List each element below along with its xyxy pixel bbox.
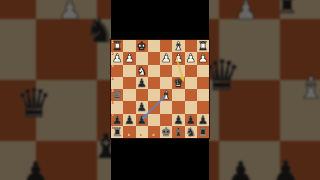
square-d1[interactable] [148, 40, 160, 52]
square-d7[interactable] [148, 114, 160, 126]
piece-white-knight-c3[interactable]: ♞ [136, 65, 148, 77]
file-label-b: b [128, 134, 130, 137]
piece-black-pawn-c6[interactable]: ♟ [136, 101, 148, 113]
piece-white-pawn-a2[interactable]: ♟ [111, 52, 123, 64]
file-label-c: c [140, 134, 142, 137]
square-e6[interactable] [160, 101, 172, 113]
background-black-pawn-icon: ♟ [23, 158, 50, 180]
file-label-d: d [152, 134, 154, 137]
piece-black-king-e8[interactable]: ♚ [160, 126, 172, 138]
square-b6[interactable] [123, 101, 135, 113]
piece-black-pawn-c4[interactable]: ♟ [136, 77, 148, 89]
piece-white-queen-f4[interactable]: ♛ [172, 77, 184, 89]
background-square [0, 0, 36, 19]
square-c2[interactable] [136, 52, 148, 64]
shorts-video-frame: ♟♞♟♜♛♛♝♟♟♟♝ 12345678abcdefgh♜♚♝♜♟♟♟♟♟♟♞♟… [0, 0, 320, 180]
square-h3[interactable] [197, 65, 209, 77]
square-g6[interactable] [185, 101, 197, 113]
square-h5[interactable] [197, 89, 209, 101]
square-f3[interactable] [172, 65, 184, 77]
piece-black-pawn-f7[interactable]: ♟ [172, 114, 184, 126]
square-e3[interactable] [160, 65, 172, 77]
piece-white-bishop-e5[interactable]: ♝ [160, 89, 172, 101]
square-d2[interactable] [148, 52, 160, 64]
chess-board[interactable]: 12345678abcdefgh♜♚♝♜♟♟♟♟♟♟♞♟♛♛♝♟♟♟♟♟♟♟♜♚… [111, 40, 209, 138]
square-h6[interactable] [197, 101, 209, 113]
background-white-pawn-icon: ♟ [58, 0, 81, 23]
background-square [0, 19, 36, 80]
piece-black-knight-g8[interactable]: ♞ [185, 126, 197, 138]
piece-black-pawn-b7[interactable]: ♟ [123, 114, 135, 126]
background-black-rook-icon: ♜ [276, 0, 298, 17]
background-white-pawn-icon: ♟ [234, 0, 257, 23]
square-f5[interactable] [172, 89, 184, 101]
square-b4[interactable] [123, 77, 135, 89]
background-black-pawn-icon: ♟ [228, 158, 255, 180]
piece-black-rook-h8[interactable]: ♜ [197, 126, 209, 138]
square-e7[interactable] [160, 114, 172, 126]
piece-black-rook-a8[interactable]: ♜ [111, 126, 123, 138]
background-black-pawn-icon: ♟ [273, 157, 300, 180]
square-d5[interactable] [148, 89, 160, 101]
rank-label-3: 3 [112, 65, 114, 68]
square-b3[interactable] [123, 65, 135, 77]
piece-white-king-c1[interactable]: ♚ [136, 40, 148, 52]
piece-black-queen-a5[interactable]: ♛ [111, 89, 123, 101]
piece-white-pawn-b2[interactable]: ♟ [123, 52, 135, 64]
rank-label-4: 4 [112, 78, 114, 81]
background-white-bishop-icon: ♝ [298, 73, 320, 103]
piece-white-pawn-g2[interactable]: ♟ [185, 52, 197, 64]
piece-white-pawn-f2[interactable]: ♟ [172, 52, 184, 64]
rank-label-6: 6 [112, 102, 114, 105]
piece-black-pawn-c7[interactable]: ♟ [136, 114, 148, 126]
square-d6[interactable] [148, 101, 160, 113]
square-b5[interactable] [123, 89, 135, 101]
piece-white-pawn-h2[interactable]: ♟ [197, 52, 209, 64]
square-g4[interactable] [185, 77, 197, 89]
piece-black-pawn-a7[interactable]: ♟ [111, 114, 123, 126]
square-g3[interactable] [185, 65, 197, 77]
square-h4[interactable] [197, 77, 209, 89]
square-d3[interactable] [148, 65, 160, 77]
square-d4[interactable] [148, 77, 160, 89]
square-g5[interactable] [185, 89, 197, 101]
piece-black-bishop-f8[interactable]: ♝ [172, 126, 184, 138]
background-black-queen-icon: ♛ [16, 83, 52, 123]
square-f6[interactable] [172, 101, 184, 113]
piece-black-pawn-g7[interactable]: ♟ [185, 114, 197, 126]
piece-black-pawn-h7[interactable]: ♟ [197, 114, 209, 126]
piece-white-pawn-e2[interactable]: ♟ [160, 52, 172, 64]
